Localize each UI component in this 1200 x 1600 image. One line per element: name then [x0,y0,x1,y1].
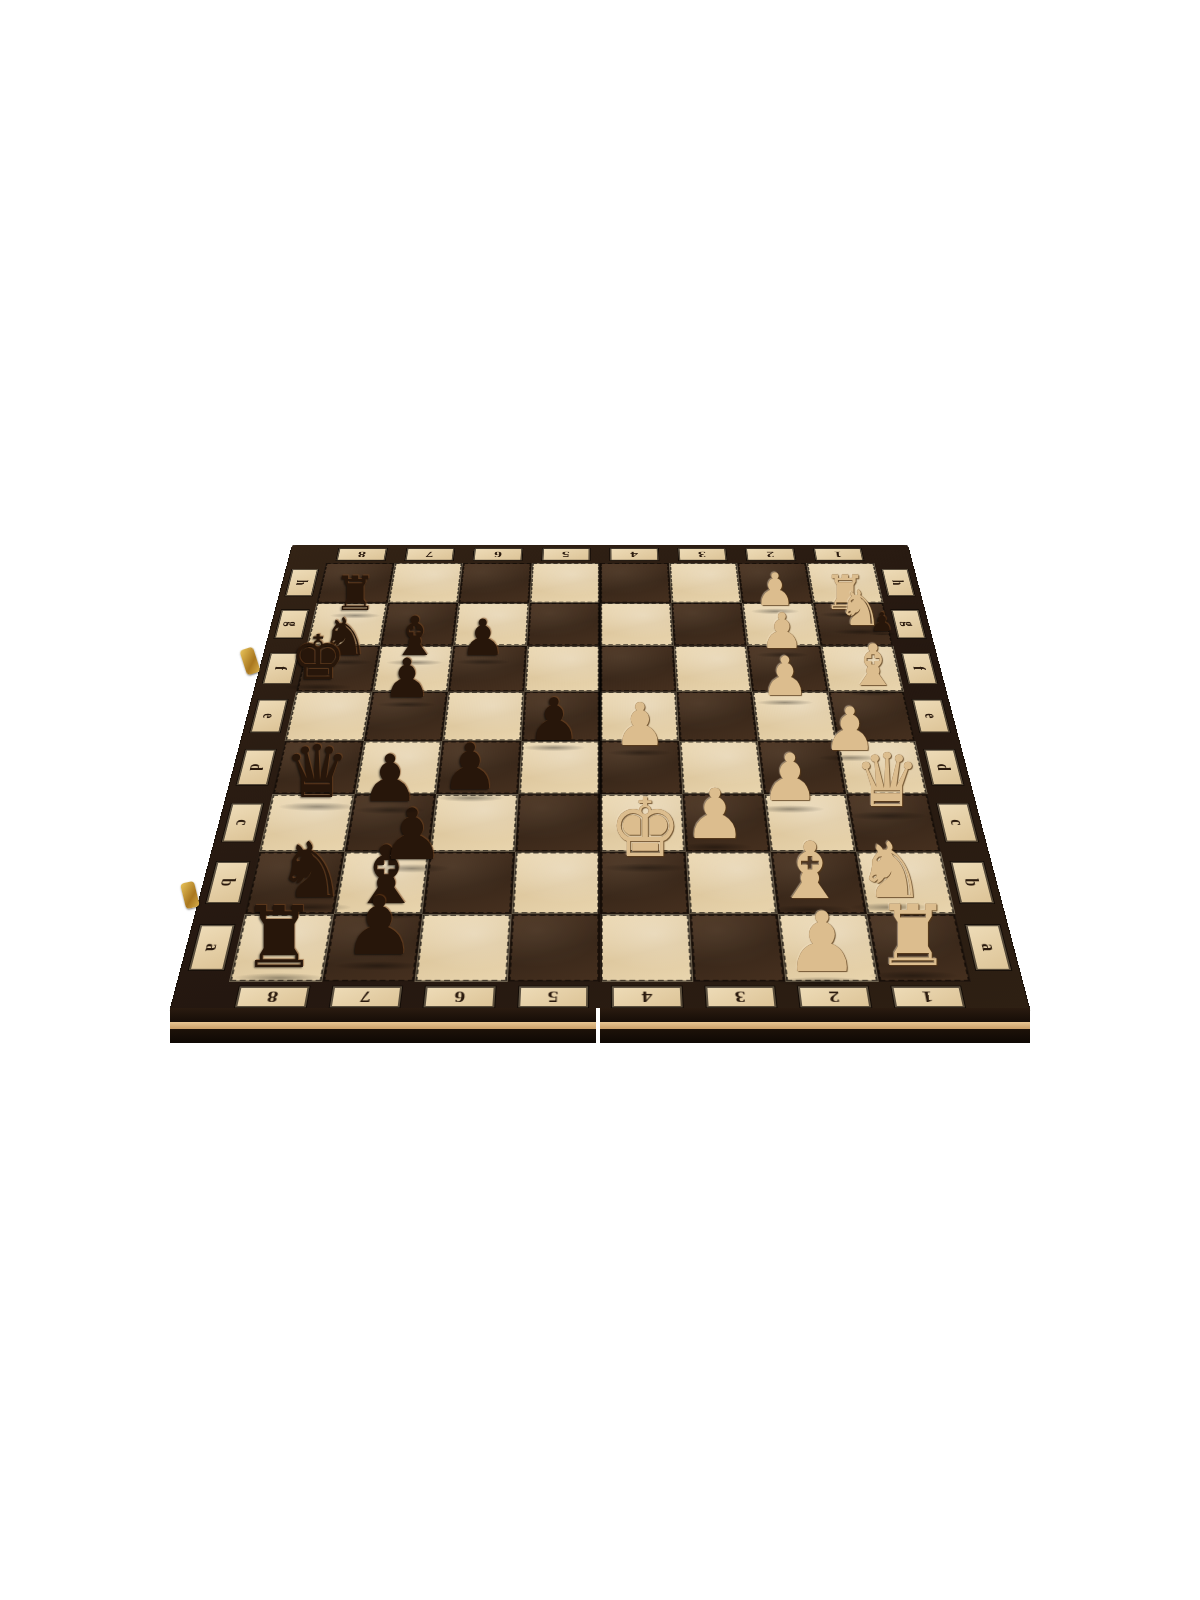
right-label-e-text: e [920,713,943,718]
far-label-6-text: 6 [493,549,502,559]
brass-clasp-2 [180,881,200,910]
near-label-6-text: 6 [453,987,466,1007]
left-label-h-text: h [292,580,312,585]
right-label-b-text: b [959,878,985,886]
piece-black-queen-d8[interactable]: ♛ [284,735,349,808]
front-edge-top [170,1008,1030,1022]
left-label-a-text: a [198,943,225,951]
far-label-1: 1 [813,548,863,560]
square-h6[interactable] [458,563,531,603]
piece-white-queen-d1[interactable]: ♛ [854,743,920,817]
far-label-3-text: 3 [698,549,707,559]
square-g3[interactable] [671,603,747,646]
near-label-1-text: 1 [920,987,935,1007]
far-label-7-text: 7 [425,549,434,559]
piece-white-bishop-f1[interactable]: ♝ [847,637,898,694]
far-label-3: 3 [678,548,727,560]
far-label-7: 7 [405,548,455,560]
near-label-4: 4 [612,986,682,1007]
piece-black-pawn-d6[interactable]: ♟ [441,735,498,799]
far-label-8-text: 8 [357,549,367,559]
piece-black-king-f8[interactable]: ♚ [290,627,346,689]
near-label-7: 7 [329,986,402,1007]
square-b5[interactable] [511,852,600,914]
square-g4[interactable] [600,603,673,646]
piece-white-pawn-e4[interactable]: ♟ [614,695,667,754]
product-photo-chess-set: { "game": "chess", "position": "rn1q1knr… [0,0,1200,1600]
right-label-h-text: h [888,580,908,585]
piece-white-pawn-d2[interactable]: ♟ [761,745,819,810]
piece-white-knight-g1[interactable]: ♞ [838,584,882,633]
square-h4[interactable] [600,563,671,603]
left-label-c-text: c [231,819,255,825]
left-label-f-text: f [270,666,291,670]
far-label-4: 4 [610,548,658,560]
left-label-e-text: e [258,713,281,718]
far-label-1-text: 1 [833,549,843,559]
square-g5[interactable] [527,603,600,646]
piece-black-pawn-d7[interactable]: ♟ [361,746,419,811]
right-label-a-text: a [975,943,1002,951]
square-a6[interactable] [414,914,511,982]
far-label-6: 6 [473,548,522,560]
near-label-5-text: 5 [547,987,558,1007]
far-label-5-text: 5 [562,549,570,559]
right-label-c-text: c [945,819,969,825]
near-label-6: 6 [423,986,495,1007]
square-f4[interactable] [600,646,676,692]
square-h5[interactable] [529,563,600,603]
piece-black-pawn-f5[interactable]: ♟ [528,690,581,749]
square-e3[interactable] [676,692,758,741]
near-label-5: 5 [518,986,588,1007]
piece-white-pawn-a2[interactable]: ♟ [785,901,859,984]
piece-black-pawn-a7[interactable]: ♟ [343,886,416,967]
left-label-d-text: d [245,764,269,771]
near-label-3: 3 [705,986,777,1007]
left-label-b-text: b [215,878,241,886]
far-label-5: 5 [542,548,590,560]
piece-white-pawn-c3[interactable]: ♟ [684,780,746,849]
near-label-8: 8 [235,986,309,1007]
square-a3[interactable] [689,914,786,982]
board-front-edge [170,1008,1030,1048]
square-h7[interactable] [387,563,463,603]
square-c5[interactable] [515,794,600,852]
square-f3[interactable] [673,646,752,692]
far-label-8: 8 [336,548,386,560]
piece-white-pawn-f2[interactable]: ♟ [761,650,809,704]
piece-black-rook-a8[interactable]: ♜ [241,895,317,980]
near-label-1: 1 [891,986,965,1007]
piece-white-rook-a1[interactable]: ♜ [875,894,950,978]
square-a4[interactable] [600,914,693,982]
square-a5[interactable] [507,914,600,982]
front-edge-wood-line [170,1022,1030,1029]
near-label-3-text: 3 [734,987,747,1007]
piece-white-king-c4[interactable]: ♚ [609,788,682,869]
far-label-2: 2 [746,548,796,560]
far-label-4-text: 4 [630,549,638,559]
right-label-g-text: g [898,621,919,626]
near-label-7-text: 7 [359,987,373,1007]
right-label-f-text: f [908,666,929,670]
far-label-2-text: 2 [766,549,775,559]
piece-black-pawn-f7[interactable]: ♟ [383,652,431,706]
near-label-8-text: 8 [265,987,280,1007]
square-b3[interactable] [685,852,777,914]
front-edge-bottom [170,1029,1030,1043]
piece-black-pawn-g6[interactable]: ♟ [461,613,506,663]
right-label-d-text: d [932,764,956,771]
board-fold-seam [598,563,602,982]
fold-split-gap [596,1008,600,1043]
brass-clasp-1 [239,646,260,675]
square-h3[interactable] [669,563,742,603]
near-label-4-text: 4 [641,987,652,1007]
